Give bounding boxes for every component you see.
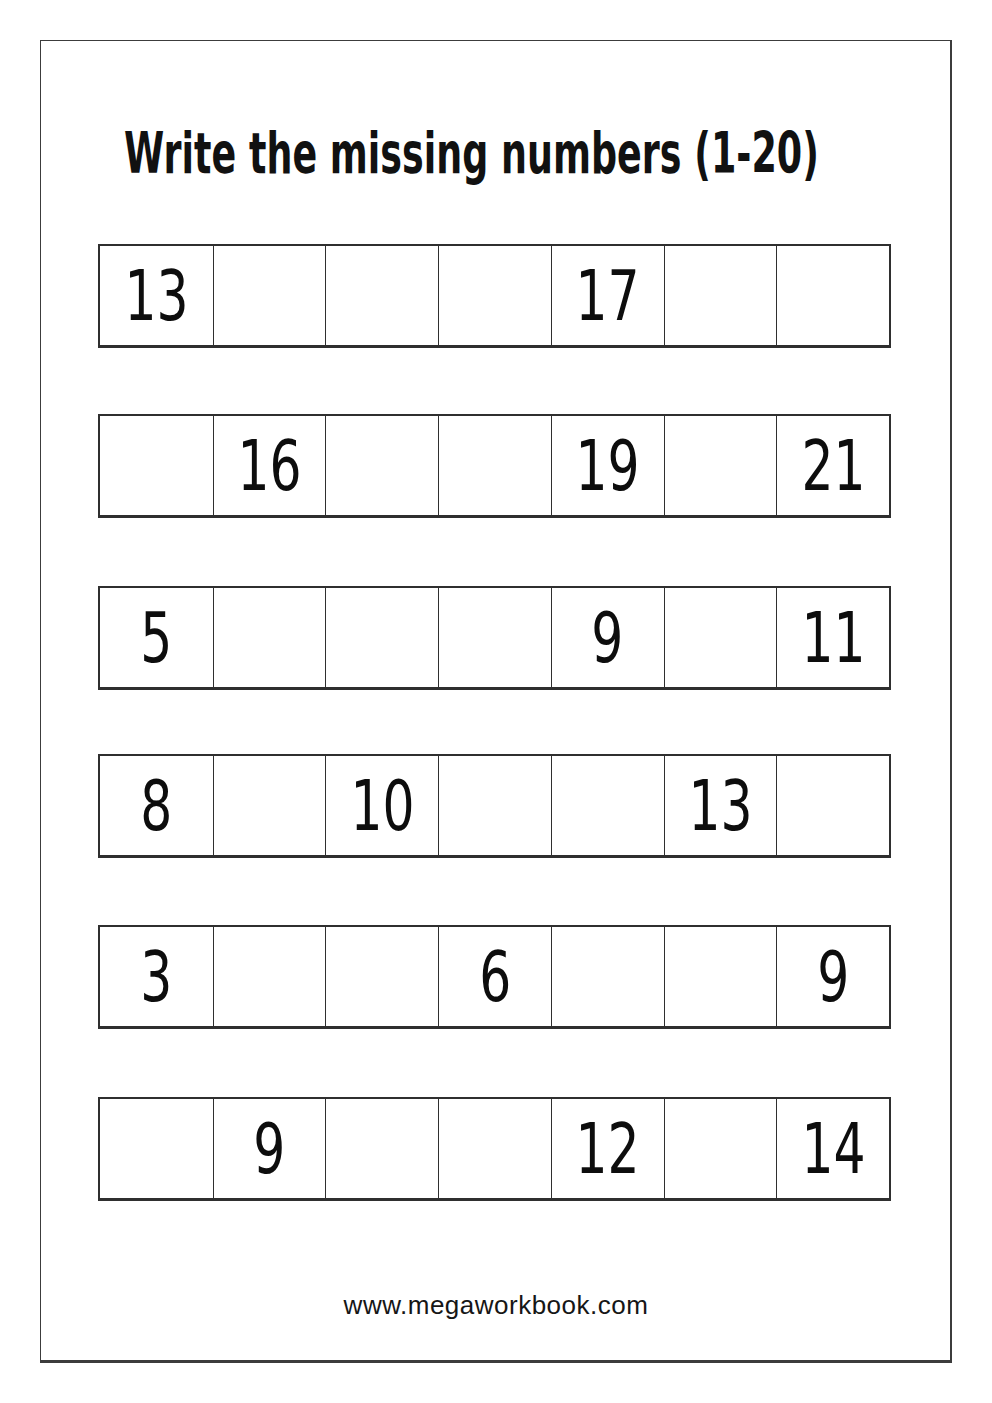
blank-answer-cell[interactable] bbox=[664, 588, 777, 687]
cell-number: 9 bbox=[254, 1114, 286, 1184]
given-number-cell: 21 bbox=[776, 416, 889, 515]
blank-answer-cell[interactable] bbox=[325, 588, 438, 687]
blank-answer-cell[interactable] bbox=[213, 588, 326, 687]
blank-answer-cell[interactable] bbox=[664, 246, 777, 345]
cell-number: 16 bbox=[237, 431, 301, 501]
blank-answer-cell[interactable] bbox=[664, 416, 777, 515]
given-number-cell: 13 bbox=[100, 246, 213, 345]
cell-number: 19 bbox=[576, 431, 640, 501]
cell-number: 10 bbox=[350, 771, 414, 841]
worksheet-title: Write the missing numbers (1-20) bbox=[124, 120, 819, 186]
given-number-cell: 13 bbox=[664, 756, 777, 855]
cell-number: 9 bbox=[817, 942, 849, 1012]
cell-number: 17 bbox=[576, 261, 640, 331]
blank-answer-cell[interactable] bbox=[100, 1099, 213, 1198]
cell-number: 12 bbox=[576, 1114, 640, 1184]
number-strip-row: 1317 bbox=[98, 244, 891, 348]
cell-number: 6 bbox=[479, 942, 511, 1012]
given-number-cell: 9 bbox=[776, 927, 889, 1026]
given-number-cell: 5 bbox=[100, 588, 213, 687]
cell-number: 5 bbox=[140, 603, 172, 673]
given-number-cell: 9 bbox=[213, 1099, 326, 1198]
given-number-cell: 6 bbox=[438, 927, 551, 1026]
cell-number: 21 bbox=[801, 431, 865, 501]
blank-answer-cell[interactable] bbox=[325, 1099, 438, 1198]
cell-number: 13 bbox=[124, 261, 188, 331]
cell-number: 3 bbox=[140, 942, 172, 1012]
number-strip-row: 5911 bbox=[98, 586, 891, 690]
blank-answer-cell[interactable] bbox=[100, 416, 213, 515]
given-number-cell: 8 bbox=[100, 756, 213, 855]
cell-number: 8 bbox=[140, 771, 172, 841]
blank-answer-cell[interactable] bbox=[776, 246, 889, 345]
given-number-cell: 17 bbox=[551, 246, 664, 345]
blank-answer-cell[interactable] bbox=[325, 416, 438, 515]
given-number-cell: 14 bbox=[776, 1099, 889, 1198]
blank-answer-cell[interactable] bbox=[325, 246, 438, 345]
blank-answer-cell[interactable] bbox=[438, 756, 551, 855]
blank-answer-cell[interactable] bbox=[438, 416, 551, 515]
given-number-cell: 12 bbox=[551, 1099, 664, 1198]
blank-answer-cell[interactable] bbox=[213, 246, 326, 345]
given-number-cell: 10 bbox=[325, 756, 438, 855]
blank-answer-cell[interactable] bbox=[438, 588, 551, 687]
blank-answer-cell[interactable] bbox=[213, 756, 326, 855]
given-number-cell: 19 bbox=[551, 416, 664, 515]
website-text: www.megaworkbook.com bbox=[0, 1290, 992, 1321]
number-strip-row: 91214 bbox=[98, 1097, 891, 1201]
blank-answer-cell[interactable] bbox=[664, 1099, 777, 1198]
number-strip-row: 161921 bbox=[98, 414, 891, 518]
blank-answer-cell[interactable] bbox=[776, 756, 889, 855]
cell-number: 13 bbox=[688, 771, 752, 841]
cell-number: 9 bbox=[592, 603, 624, 673]
given-number-cell: 9 bbox=[551, 588, 664, 687]
blank-answer-cell[interactable] bbox=[551, 756, 664, 855]
blank-answer-cell[interactable] bbox=[551, 927, 664, 1026]
blank-answer-cell[interactable] bbox=[325, 927, 438, 1026]
given-number-cell: 3 bbox=[100, 927, 213, 1026]
cell-number: 14 bbox=[801, 1114, 865, 1184]
cell-number: 11 bbox=[801, 603, 865, 673]
number-strip-row: 369 bbox=[98, 925, 891, 1029]
blank-answer-cell[interactable] bbox=[438, 246, 551, 345]
blank-answer-cell[interactable] bbox=[664, 927, 777, 1026]
given-number-cell: 11 bbox=[776, 588, 889, 687]
number-strip-row: 81013 bbox=[98, 754, 891, 858]
given-number-cell: 16 bbox=[213, 416, 326, 515]
blank-answer-cell[interactable] bbox=[438, 1099, 551, 1198]
blank-answer-cell[interactable] bbox=[213, 927, 326, 1026]
